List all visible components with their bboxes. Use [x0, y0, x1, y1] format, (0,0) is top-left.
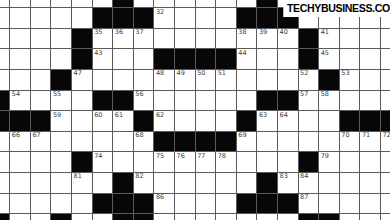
- black-cell-r6c19: [381, 111, 390, 131]
- cell-r4c1[interactable]: [10, 70, 30, 90]
- cell-r2c8[interactable]: [154, 29, 174, 49]
- black-cell-r1c13: [257, 8, 277, 28]
- cell-r11c13[interactable]: [257, 214, 277, 220]
- clue-number-70: 70: [341, 132, 349, 139]
- cell-r1c11[interactable]: [216, 8, 236, 28]
- clue-number-77: 77: [197, 153, 205, 160]
- cell-r11c17[interactable]: [340, 214, 360, 220]
- black-cell-r9c6: [113, 173, 133, 193]
- clue-number-48: 48: [156, 70, 164, 77]
- clue-number-43: 43: [94, 50, 102, 57]
- cell-r10c15[interactable]: 87: [299, 194, 319, 214]
- clue-number-76: 76: [177, 153, 185, 160]
- black-cell-r10c13: [257, 194, 277, 214]
- black-cell-r11c16: [319, 214, 339, 220]
- black-cell-r6c2: [31, 111, 51, 131]
- cell-r9c12[interactable]: [237, 173, 257, 193]
- clue-number-38: 38: [238, 29, 246, 36]
- black-cell-r10c6: [113, 194, 133, 214]
- black-cell-r6c17: [340, 111, 360, 131]
- clue-number-51: 51: [218, 70, 226, 77]
- clue-number-50: 50: [197, 70, 205, 77]
- clue-number-62: 62: [156, 112, 164, 119]
- clue-number-78: 78: [218, 153, 226, 160]
- cell-r5c10[interactable]: [196, 91, 216, 111]
- black-cell-r8c15: [299, 152, 319, 172]
- clue-number-74: 74: [94, 153, 102, 160]
- cell-r5c19[interactable]: [381, 91, 390, 111]
- black-cell-r6c12: [237, 111, 257, 131]
- cell-r3c3[interactable]: [51, 49, 71, 69]
- cell-r3c18[interactable]: [360, 49, 380, 69]
- cell-r7c0[interactable]: [0, 132, 9, 152]
- black-cell-r5c6: [113, 91, 133, 111]
- cell-r6c14[interactable]: 64: [278, 111, 298, 131]
- cell-r6c9[interactable]: [175, 111, 195, 131]
- cell-r3c2[interactable]: [31, 49, 51, 69]
- cell-r5c8[interactable]: [154, 91, 174, 111]
- cell-r2c17[interactable]: [340, 29, 360, 49]
- cell-r4c9[interactable]: 49: [175, 70, 195, 90]
- black-cell-r3c10: [196, 49, 216, 69]
- cell-r8c19[interactable]: [381, 152, 390, 172]
- black-cell-r7c10: [196, 132, 216, 152]
- black-cell-r3c11: [216, 49, 236, 69]
- cell-r2c11[interactable]: [216, 29, 236, 49]
- cell-r4c4[interactable]: 47: [72, 70, 92, 90]
- cell-r2c5[interactable]: 35: [93, 29, 113, 49]
- cell-r2c13[interactable]: 39: [257, 29, 277, 49]
- black-cell-r5c13: [257, 91, 277, 111]
- clue-number-32: 32: [156, 9, 164, 16]
- cell-r10c8[interactable]: 86: [154, 194, 174, 214]
- clue-number-84: 84: [300, 173, 308, 180]
- black-cell-r6c18: [360, 111, 380, 131]
- black-cell-r0c13: [257, 0, 277, 7]
- cell-r1c0[interactable]: [0, 8, 9, 28]
- black-cell-r7c9: [175, 132, 195, 152]
- cell-r0c12[interactable]: [237, 0, 257, 7]
- cell-r5c17[interactable]: [340, 91, 360, 111]
- clue-number-47: 47: [74, 70, 82, 77]
- black-cell-r3c9: [175, 49, 195, 69]
- clue-number-60: 60: [94, 112, 102, 119]
- crossword-grid: 3233353637383940414344454748495051525354…: [0, 0, 390, 220]
- cell-r2c19[interactable]: [381, 29, 390, 49]
- cell-r2c0[interactable]: [0, 29, 9, 49]
- cell-r2c16[interactable]: 41: [319, 29, 339, 49]
- cell-r6c5[interactable]: 60: [93, 111, 113, 131]
- clue-number-63: 63: [259, 112, 267, 119]
- cell-r9c14[interactable]: 83: [278, 173, 298, 193]
- cell-r5c3[interactable]: 55: [51, 91, 71, 111]
- cell-r8c0[interactable]: [0, 152, 9, 172]
- cell-r3c6[interactable]: [113, 49, 133, 69]
- black-cell-r7c8: [154, 132, 174, 152]
- cell-r11c10[interactable]: [196, 214, 216, 220]
- watermark: TECHYBUSINESS.CO: [283, 0, 390, 17]
- clue-number-68: 68: [135, 132, 143, 139]
- cell-r4c12[interactable]: [237, 70, 257, 90]
- cell-r2c7[interactable]: 37: [134, 29, 154, 49]
- cell-r8c1[interactable]: [10, 152, 30, 172]
- clue-number-83: 83: [280, 173, 288, 180]
- cell-r9c9[interactable]: [175, 173, 195, 193]
- clue-number-54: 54: [12, 91, 20, 98]
- cell-r7c18[interactable]: 71: [360, 132, 380, 152]
- cell-r11c2[interactable]: [31, 214, 51, 220]
- cell-r9c16[interactable]: [319, 173, 339, 193]
- cell-r7c17[interactable]: 70: [340, 132, 360, 152]
- cell-r2c14[interactable]: 40: [278, 29, 298, 49]
- cell-r3c14[interactable]: [278, 49, 298, 69]
- cell-r9c8[interactable]: [154, 173, 174, 193]
- clue-number-72: 72: [382, 132, 390, 139]
- cell-r8c18[interactable]: [360, 152, 380, 172]
- cell-r7c5[interactable]: [93, 132, 113, 152]
- black-cell-r10c12: [237, 194, 257, 214]
- clue-number-36: 36: [115, 29, 123, 36]
- cell-r11c5[interactable]: [93, 214, 113, 220]
- cell-r0c0[interactable]: [0, 0, 9, 7]
- black-cell-r11c6: [113, 214, 133, 220]
- clue-number-58: 58: [321, 91, 329, 98]
- clue-number-75: 75: [156, 153, 164, 160]
- clue-number-59: 59: [53, 112, 61, 119]
- cell-r4c8[interactable]: 48: [154, 70, 174, 90]
- clue-number-81: 81: [74, 173, 82, 180]
- cell-r7c15[interactable]: [299, 132, 319, 152]
- clue-number-56: 56: [135, 91, 143, 98]
- cell-r2c6[interactable]: 36: [113, 29, 133, 49]
- clue-number-86: 86: [156, 194, 164, 201]
- cell-r6c8[interactable]: 62: [154, 111, 174, 131]
- cell-r0c4[interactable]: [72, 0, 92, 7]
- clue-number-61: 61: [115, 112, 123, 119]
- black-cell-r1c5: [93, 8, 113, 28]
- clue-number-66: 66: [12, 132, 20, 139]
- cell-r6c4[interactable]: [72, 111, 92, 131]
- cell-r4c2[interactable]: [31, 70, 51, 90]
- cell-r2c9[interactable]: [175, 29, 195, 49]
- cell-r10c19[interactable]: [381, 194, 390, 214]
- cell-r9c3[interactable]: [51, 173, 71, 193]
- cell-r11c12[interactable]: [237, 214, 257, 220]
- clue-number-45: 45: [321, 50, 329, 57]
- cell-r4c6[interactable]: [113, 70, 133, 90]
- clue-number-57: 57: [300, 91, 308, 98]
- cell-r8c12[interactable]: [237, 152, 257, 172]
- cell-r5c7[interactable]: 56: [134, 91, 154, 111]
- cell-r1c8[interactable]: 32: [154, 8, 174, 28]
- clue-number-35: 35: [94, 29, 102, 36]
- clue-number-82: 82: [135, 173, 143, 180]
- cell-r5c9[interactable]: [175, 91, 195, 111]
- cell-r9c10[interactable]: [196, 173, 216, 193]
- cell-r8c5[interactable]: 74: [93, 152, 113, 172]
- cell-r5c4[interactable]: [72, 91, 92, 111]
- cell-r5c18[interactable]: [360, 91, 380, 111]
- crossword-screenshot: 3233353637383940414344454748495051525354…: [0, 0, 390, 220]
- cell-r4c0[interactable]: [0, 70, 9, 90]
- cell-r6c15[interactable]: [299, 111, 319, 131]
- clue-number-53: 53: [341, 70, 349, 77]
- cell-r6c11[interactable]: [216, 111, 236, 131]
- cell-r6c13[interactable]: 63: [257, 111, 277, 131]
- clue-number-69: 69: [238, 132, 246, 139]
- cell-r11c8[interactable]: [154, 214, 174, 220]
- cell-r3c16[interactable]: 45: [319, 49, 339, 69]
- clue-number-41: 41: [321, 29, 329, 36]
- cell-r10c11[interactable]: [216, 194, 236, 214]
- cell-r1c10[interactable]: [196, 8, 216, 28]
- clue-number-79: 79: [321, 153, 329, 160]
- cell-r1c3[interactable]: [51, 8, 71, 28]
- black-cell-r6c7: [134, 111, 154, 131]
- cell-r8c17[interactable]: [340, 152, 360, 172]
- cell-r4c18[interactable]: [360, 70, 380, 90]
- cell-r11c4[interactable]: [72, 214, 92, 220]
- black-cell-r8c4: [72, 152, 92, 172]
- cell-r0c9[interactable]: [175, 0, 195, 7]
- cell-r10c1[interactable]: [10, 194, 30, 214]
- cell-r11c1[interactable]: [10, 214, 30, 220]
- cell-r8c10[interactable]: 77: [196, 152, 216, 172]
- cell-r7c2[interactable]: 67: [31, 132, 51, 152]
- cell-r11c18[interactable]: [360, 214, 380, 220]
- clue-number-49: 49: [177, 70, 185, 77]
- cell-r0c3[interactable]: [51, 0, 71, 7]
- cell-r8c2[interactable]: [31, 152, 51, 172]
- clue-number-55: 55: [53, 91, 61, 98]
- cell-r8c7[interactable]: [134, 152, 154, 172]
- cell-r2c12[interactable]: 38: [237, 29, 257, 49]
- cell-r7c7[interactable]: 68: [134, 132, 154, 152]
- cell-r10c9[interactable]: [175, 194, 195, 214]
- cell-r8c11[interactable]: 78: [216, 152, 236, 172]
- cell-r5c11[interactable]: [216, 91, 236, 111]
- black-cell-r9c13: [257, 173, 277, 193]
- cell-r7c12[interactable]: 69: [237, 132, 257, 152]
- black-cell-r1c7: [134, 8, 154, 28]
- cell-r4c19[interactable]: [381, 70, 390, 90]
- cell-r9c2[interactable]: [31, 173, 51, 193]
- cell-r0c2[interactable]: [31, 0, 51, 7]
- black-cell-r1c6: [113, 8, 133, 28]
- cell-r7c1[interactable]: 66: [10, 132, 30, 152]
- black-cell-r6c1: [10, 111, 30, 131]
- clue-number-44: 44: [238, 50, 246, 57]
- cell-r7c6[interactable]: [113, 132, 133, 152]
- cell-r10c2[interactable]: [31, 194, 51, 214]
- cell-r9c5[interactable]: [93, 173, 113, 193]
- cell-r10c18[interactable]: [360, 194, 380, 214]
- black-cell-r1c12: [237, 8, 257, 28]
- cell-r1c2[interactable]: [31, 8, 51, 28]
- cell-r7c4[interactable]: [72, 132, 92, 152]
- cell-r5c2[interactable]: [31, 91, 51, 111]
- cell-r1c1[interactable]: [10, 8, 30, 28]
- cell-r0c11[interactable]: [216, 0, 236, 7]
- black-cell-r5c14: [278, 91, 298, 111]
- cell-r8c14[interactable]: [278, 152, 298, 172]
- black-cell-r3c15: [299, 49, 319, 69]
- cell-r0c5[interactable]: [93, 0, 113, 7]
- cell-r8c6[interactable]: [113, 152, 133, 172]
- black-cell-r4c3: [51, 70, 71, 90]
- cell-r7c3[interactable]: [51, 132, 71, 152]
- black-cell-r11c0: [0, 214, 9, 220]
- cell-r8c16[interactable]: 79: [319, 152, 339, 172]
- clue-number-40: 40: [280, 29, 288, 36]
- cell-r4c17[interactable]: 53: [340, 70, 360, 90]
- black-cell-r11c7: [134, 214, 154, 220]
- cell-r7c19[interactable]: 72: [381, 132, 390, 152]
- cell-r6c10[interactable]: [196, 111, 216, 131]
- black-cell-r3c8: [154, 49, 174, 69]
- cell-r6c3[interactable]: 59: [51, 111, 71, 131]
- black-cell-r10c5: [93, 194, 113, 214]
- cell-r10c10[interactable]: [196, 194, 216, 214]
- cell-r3c17[interactable]: [340, 49, 360, 69]
- cell-r3c19[interactable]: [381, 49, 390, 69]
- cell-r3c7[interactable]: [134, 49, 154, 69]
- black-cell-r5c0: [0, 91, 9, 111]
- cell-r10c4[interactable]: [72, 194, 92, 214]
- cell-r7c16[interactable]: [319, 132, 339, 152]
- clue-number-87: 87: [300, 194, 308, 201]
- cell-r9c18[interactable]: [360, 173, 380, 193]
- cell-r5c12[interactable]: [237, 91, 257, 111]
- cell-r9c17[interactable]: [340, 173, 360, 193]
- cell-r9c15[interactable]: 84: [299, 173, 319, 193]
- cell-r6c6[interactable]: 61: [113, 111, 133, 131]
- black-cell-r4c16: [319, 70, 339, 90]
- cell-r4c14[interactable]: [278, 70, 298, 90]
- clue-number-52: 52: [300, 70, 308, 77]
- cell-r4c5[interactable]: [93, 70, 113, 90]
- cell-r7c13[interactable]: [257, 132, 277, 152]
- black-cell-r5c5: [93, 91, 113, 111]
- cell-r11c9[interactable]: [175, 214, 195, 220]
- black-cell-r11c3: [51, 214, 71, 220]
- cell-r2c18[interactable]: [360, 29, 380, 49]
- cell-r0c8[interactable]: [154, 0, 174, 7]
- cell-r2c10[interactable]: [196, 29, 216, 49]
- black-cell-r10c14: [278, 194, 298, 214]
- cell-r0c1[interactable]: [10, 0, 30, 7]
- cell-r2c2[interactable]: [31, 29, 51, 49]
- cell-r9c0[interactable]: [0, 173, 9, 193]
- cell-r3c0[interactable]: [0, 49, 9, 69]
- cell-r9c1[interactable]: [10, 173, 30, 193]
- cell-r4c13[interactable]: [257, 70, 277, 90]
- black-cell-r7c11: [216, 132, 236, 152]
- cell-r11c11[interactable]: [216, 214, 236, 220]
- cell-r8c13[interactable]: [257, 152, 277, 172]
- cell-r9c7[interactable]: 82: [134, 173, 154, 193]
- cell-r1c4[interactable]: [72, 8, 92, 28]
- cell-r5c1[interactable]: 54: [10, 91, 30, 111]
- cell-r4c7[interactable]: [134, 70, 154, 90]
- cell-r4c10[interactable]: 50: [196, 70, 216, 90]
- cell-r2c3[interactable]: [51, 29, 71, 49]
- cell-r6c16[interactable]: [319, 111, 339, 131]
- clue-number-71: 71: [362, 132, 370, 139]
- cell-r8c8[interactable]: 75: [154, 152, 174, 172]
- cell-r9c11[interactable]: [216, 173, 236, 193]
- cell-r10c17[interactable]: [340, 194, 360, 214]
- cell-r3c13[interactable]: [257, 49, 277, 69]
- cell-r9c19[interactable]: [381, 173, 390, 193]
- cell-r11c14[interactable]: [278, 214, 298, 220]
- cell-r4c15[interactable]: 52: [299, 70, 319, 90]
- cell-r10c16[interactable]: [319, 194, 339, 214]
- cell-r1c9[interactable]: [175, 8, 195, 28]
- cell-r0c10[interactable]: [196, 0, 216, 7]
- cell-r3c1[interactable]: [10, 49, 30, 69]
- black-cell-r3c4: [72, 49, 92, 69]
- clue-number-67: 67: [32, 132, 40, 139]
- cell-r5c15[interactable]: 57: [299, 91, 319, 111]
- black-cell-r2c4: [72, 29, 92, 49]
- black-cell-r6c0: [0, 111, 9, 131]
- cell-r3c12[interactable]: 44: [237, 49, 257, 69]
- black-cell-r2c15: [299, 29, 319, 49]
- cell-r11c19[interactable]: [381, 214, 390, 220]
- clue-number-64: 64: [280, 112, 288, 119]
- black-cell-r10c7: [134, 194, 154, 214]
- cell-r0c7[interactable]: [134, 0, 154, 7]
- clue-number-39: 39: [259, 29, 267, 36]
- cell-r5c16[interactable]: 58: [319, 91, 339, 111]
- cell-r4c11[interactable]: 51: [216, 70, 236, 90]
- cell-r10c0[interactable]: [0, 194, 9, 214]
- clue-number-37: 37: [135, 29, 143, 36]
- black-cell-r11c15: [299, 214, 319, 220]
- cell-r7c14[interactable]: [278, 132, 298, 152]
- cell-r8c3[interactable]: [51, 152, 71, 172]
- cell-r3c5[interactable]: 43: [93, 49, 113, 69]
- black-cell-r0c6: [113, 0, 133, 7]
- cell-r2c1[interactable]: [10, 29, 30, 49]
- cell-r10c3[interactable]: [51, 194, 71, 214]
- cell-r9c4[interactable]: 81: [72, 173, 92, 193]
- cell-r8c9[interactable]: 76: [175, 152, 195, 172]
